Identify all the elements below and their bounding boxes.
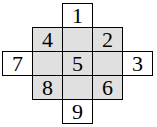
cell-r3c1: 8 xyxy=(32,75,63,100)
empty-space xyxy=(92,99,122,123)
cell-r2c2: 5 xyxy=(62,51,93,76)
empty-space xyxy=(122,99,152,123)
empty-space xyxy=(2,75,32,99)
cell-r1c3: 2 xyxy=(92,27,123,52)
cell-r0c2: 1 xyxy=(62,3,93,28)
empty-space xyxy=(122,3,152,27)
cell-r4c2: 9 xyxy=(62,99,93,124)
empty-space xyxy=(2,27,32,51)
empty-space xyxy=(2,3,32,27)
empty-space xyxy=(32,99,62,123)
empty-space xyxy=(92,3,122,27)
cell-r3c2 xyxy=(62,75,93,100)
cell-r1c2 xyxy=(62,27,93,52)
cell-r2c4: 3 xyxy=(122,51,153,76)
cell-r2c0: 7 xyxy=(2,51,33,76)
empty-space xyxy=(32,3,62,27)
cell-r1c1: 4 xyxy=(32,27,63,52)
cell-r3c3: 6 xyxy=(92,75,123,100)
empty-space xyxy=(2,99,32,123)
number-cross-board: 1 4 2 7 5 3 8 6 9 xyxy=(2,3,153,123)
puzzle-diagram: 1 4 2 7 5 3 8 6 9 xyxy=(0,0,157,123)
cell-r2c3 xyxy=(92,51,123,76)
empty-space xyxy=(122,27,152,51)
empty-space xyxy=(122,75,152,99)
cell-r2c1 xyxy=(32,51,63,76)
